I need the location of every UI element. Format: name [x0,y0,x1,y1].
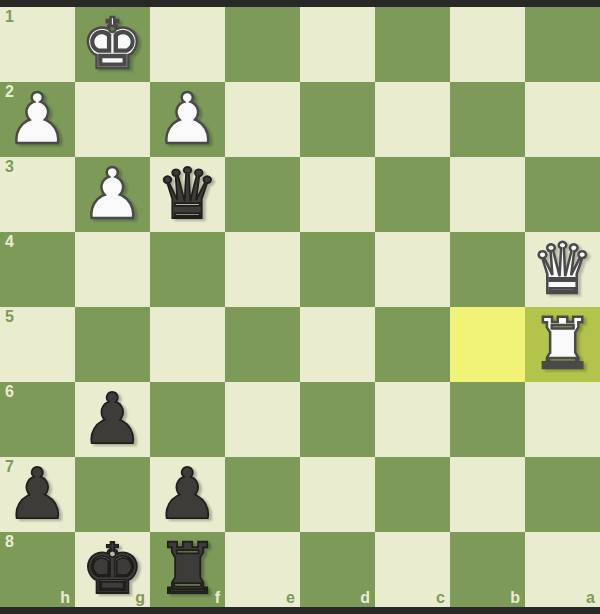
piece-white-king-g1[interactable]: ♚ [81,7,144,82]
square-h5[interactable]: 5 [0,307,75,382]
square-b5[interactable] [450,307,525,382]
square-b7[interactable] [450,457,525,532]
square-c5[interactable] [375,307,450,382]
square-b4[interactable] [450,232,525,307]
square-d5[interactable] [300,307,375,382]
piece-white-pawn-h2[interactable]: ♟ [6,82,69,157]
square-f7[interactable]: ♟ [150,457,225,532]
square-h8[interactable]: 8h [0,532,75,607]
piece-black-queen-f3[interactable]: ♛ [156,157,219,232]
file-label-c: c [436,590,445,606]
square-h3[interactable]: 3 [0,157,75,232]
square-e6[interactable] [225,382,300,457]
square-g3[interactable]: ♟ [75,157,150,232]
file-label-e: e [286,590,295,606]
square-e4[interactable] [225,232,300,307]
square-d4[interactable] [300,232,375,307]
piece-white-queen-a4[interactable]: ♛ [531,232,594,307]
piece-black-pawn-f7[interactable]: ♟ [156,457,219,532]
piece-white-pawn-g3[interactable]: ♟ [81,157,144,232]
square-f4[interactable] [150,232,225,307]
square-a5[interactable]: ♜ [525,307,600,382]
square-h1[interactable]: 1 [0,7,75,82]
square-f6[interactable] [150,382,225,457]
square-e8[interactable]: e [225,532,300,607]
chess-board: 1♚2♟♟3♟♛4♛5♜6♟7♟♟8hg♚f♜edcba [0,7,600,605]
square-b3[interactable] [450,157,525,232]
square-c2[interactable] [375,82,450,157]
square-a7[interactable] [525,457,600,532]
square-c7[interactable] [375,457,450,532]
square-g2[interactable] [75,82,150,157]
square-h6[interactable]: 6 [0,382,75,457]
square-f2[interactable]: ♟ [150,82,225,157]
file-label-d: d [360,590,370,606]
square-g4[interactable] [75,232,150,307]
rank-label-8: 8 [5,534,14,550]
square-e7[interactable] [225,457,300,532]
square-g5[interactable] [75,307,150,382]
square-b2[interactable] [450,82,525,157]
piece-white-rook-a5[interactable]: ♜ [531,307,594,382]
square-c1[interactable] [375,7,450,82]
square-d3[interactable] [300,157,375,232]
rank-label-6: 6 [5,384,14,400]
piece-white-pawn-f2[interactable]: ♟ [156,82,219,157]
square-d6[interactable] [300,382,375,457]
square-a3[interactable] [525,157,600,232]
file-label-b: b [510,590,520,606]
square-c6[interactable] [375,382,450,457]
square-b1[interactable] [450,7,525,82]
piece-black-king-g8[interactable]: ♚ [81,532,144,607]
square-e2[interactable] [225,82,300,157]
piece-black-rook-f8[interactable]: ♜ [156,532,219,607]
square-c4[interactable] [375,232,450,307]
square-a8[interactable]: a [525,532,600,607]
square-e1[interactable] [225,7,300,82]
square-d2[interactable] [300,82,375,157]
square-b6[interactable] [450,382,525,457]
square-d1[interactable] [300,7,375,82]
square-a6[interactable] [525,382,600,457]
square-g6[interactable]: ♟ [75,382,150,457]
rank-label-5: 5 [5,309,14,325]
piece-black-pawn-h7[interactable]: ♟ [6,457,69,532]
square-h2[interactable]: 2♟ [0,82,75,157]
square-f1[interactable] [150,7,225,82]
square-d8[interactable]: d [300,532,375,607]
file-label-a: a [586,590,595,606]
square-g1[interactable]: ♚ [75,7,150,82]
rank-label-4: 4 [5,234,14,250]
square-f3[interactable]: ♛ [150,157,225,232]
square-d7[interactable] [300,457,375,532]
square-g7[interactable] [75,457,150,532]
square-a4[interactable]: ♛ [525,232,600,307]
square-c3[interactable] [375,157,450,232]
square-h4[interactable]: 4 [0,232,75,307]
rank-label-3: 3 [5,159,14,175]
square-e3[interactable] [225,157,300,232]
square-g8[interactable]: g♚ [75,532,150,607]
square-a1[interactable] [525,7,600,82]
square-e5[interactable] [225,307,300,382]
square-a2[interactable] [525,82,600,157]
square-f8[interactable]: f♜ [150,532,225,607]
square-c8[interactable]: c [375,532,450,607]
rank-label-1: 1 [5,9,14,25]
file-label-h: h [60,590,70,606]
square-h7[interactable]: 7♟ [0,457,75,532]
square-f5[interactable] [150,307,225,382]
piece-black-pawn-g6[interactable]: ♟ [81,382,144,457]
square-b8[interactable]: b [450,532,525,607]
